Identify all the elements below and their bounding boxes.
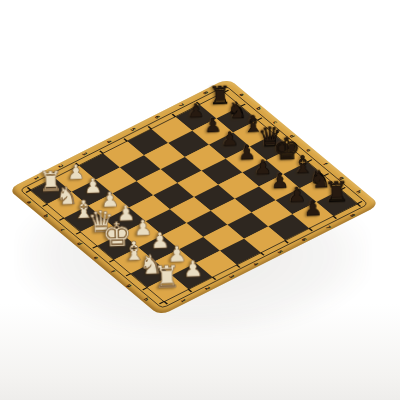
black-pawn: ♟ [270,170,289,191]
black-rook: ♜ [324,178,350,207]
black-pawn: ♟ [304,198,323,219]
black-pawn: ♟ [221,129,239,149]
white-rook: ♜ [153,262,181,293]
white-pawn: ♟ [183,257,204,280]
black-pawn: ♟ [204,116,222,136]
black-pawn: ♟ [188,102,205,121]
chess-set-photo: aa88bb77cc66dd55ee44ff33gg22hh11 ♜♞♝♛♚♝♞… [0,0,400,400]
pieces-layer: ♜♞♝♛♚♝♞♜♟♟♟♟♟♟♟♟♟♟♟♟♟♟♟♟♜♞♝♛♚♝♞♜ [0,0,400,400]
